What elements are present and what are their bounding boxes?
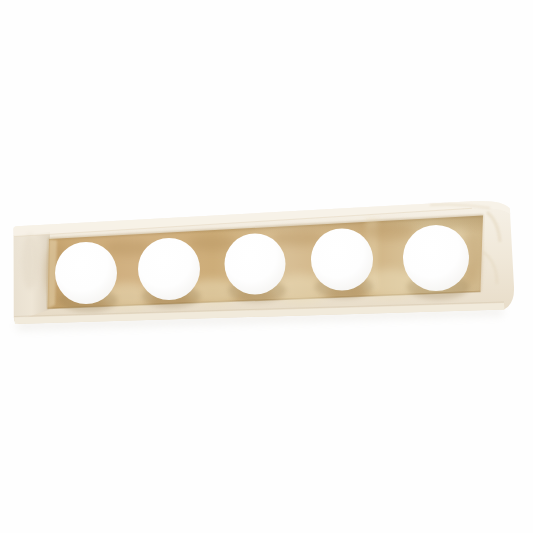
product-image-canvas [0,0,533,533]
globe-shade [225,234,286,295]
globe-shade [138,238,200,300]
texture-dark-patch [364,224,416,240]
left-cap-mottling [22,234,38,290]
globe-shade [311,229,373,291]
globe-shade [403,225,469,291]
vanity-light-illustration [0,0,533,533]
globe-shade [55,242,117,304]
